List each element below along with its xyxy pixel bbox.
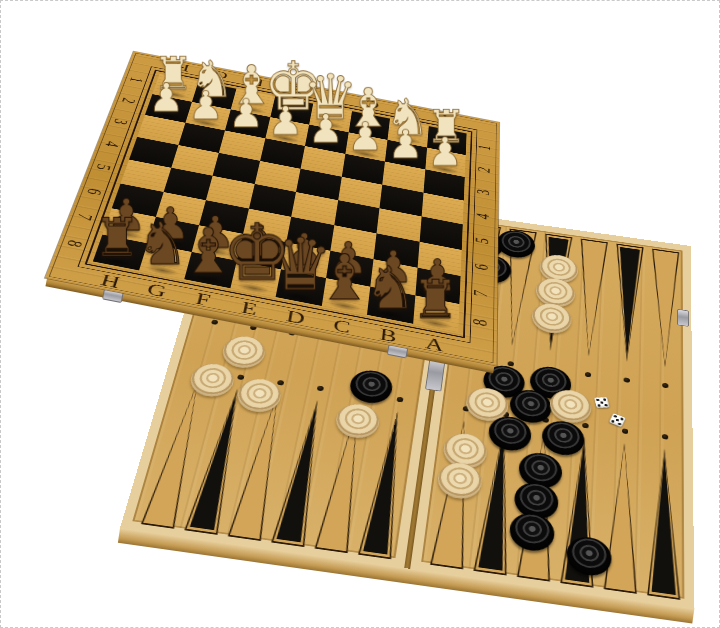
point-dot xyxy=(584,372,590,378)
piece-stand: ♝ xyxy=(177,218,249,286)
point-inner xyxy=(604,442,640,592)
light-checker-right-10[interactable] xyxy=(549,387,592,425)
point-dot xyxy=(623,377,629,383)
backgammon-point-down-4 xyxy=(610,243,645,364)
dark-checker-left-3[interactable] xyxy=(348,368,395,406)
backgammon-point-up-5 xyxy=(645,446,682,600)
point-core xyxy=(275,402,330,543)
die-5[interactable] xyxy=(609,413,626,428)
point-dot xyxy=(316,385,323,391)
point-core xyxy=(615,247,642,360)
product-photo-canvas: HGFEDCBA HGFEDCBA 12345678 12345678 ♜♞♝♛… xyxy=(0,0,720,628)
point-dot xyxy=(582,423,589,429)
point-dot xyxy=(211,319,218,324)
black-bishop-c8[interactable]: ♝ xyxy=(313,249,376,307)
chess-board: HGFEDCBA HGFEDCBA 12345678 12345678 ♜♞♝♛… xyxy=(45,51,499,365)
light-checker-left-4[interactable] xyxy=(333,401,381,440)
point-dot xyxy=(276,380,283,386)
black-bishop-f8[interactable]: ♝ xyxy=(177,222,240,280)
point-dot xyxy=(622,428,628,434)
point-core xyxy=(650,450,678,595)
latch-icon xyxy=(677,309,689,327)
point-dot xyxy=(661,434,667,440)
backgammon-point-down-3 xyxy=(572,238,610,358)
light-checker-right-5[interactable] xyxy=(531,301,572,335)
light-checker-left-0[interactable] xyxy=(219,334,268,371)
dark-checker-right-12[interactable] xyxy=(541,419,585,458)
point-dot xyxy=(396,397,403,403)
piece-stand: ♝ xyxy=(314,244,386,312)
point-inner xyxy=(650,250,680,368)
backgammon-point-up-4 xyxy=(602,441,642,595)
point-inner xyxy=(574,240,608,357)
die-5[interactable] xyxy=(594,397,610,408)
point-dot xyxy=(662,383,668,389)
point-dot xyxy=(237,374,245,380)
